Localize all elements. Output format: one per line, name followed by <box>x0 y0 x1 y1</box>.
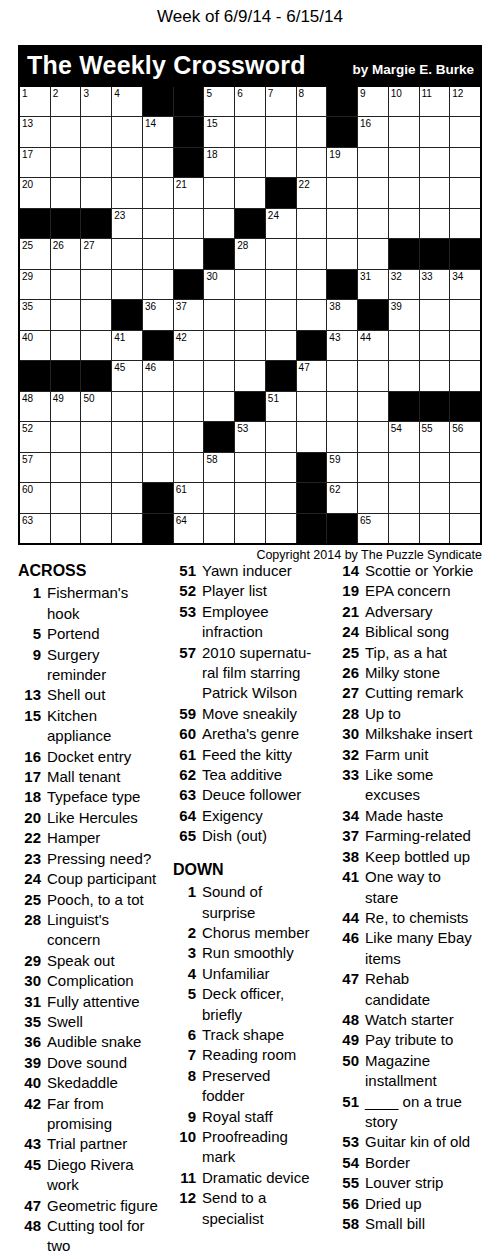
black-cell-r6c13 <box>389 239 419 268</box>
grid-cell-r11c7[interactable] <box>204 392 234 421</box>
cell-number: 16 <box>360 118 371 129</box>
grid-cell-r3c12[interactable] <box>358 148 388 177</box>
grid-cell-r11c5[interactable] <box>143 392 173 421</box>
grid-cell-r8c10[interactable] <box>297 300 327 329</box>
grid-cell-r13c8[interactable] <box>235 453 265 482</box>
grid-cell-r9c1[interactable]: 40 <box>20 331 50 360</box>
grid-cell-r13c9[interactable] <box>266 453 296 482</box>
clue-across-43: 43Trial partner <box>18 1134 170 1154</box>
grid-cell-r15c12[interactable]: 65 <box>358 514 388 543</box>
grid-cell-r7c14[interactable]: 33 <box>420 270 450 299</box>
black-cell-r11c13 <box>389 392 419 421</box>
grid-cell-r12c6[interactable] <box>174 422 204 451</box>
clue-down-11: 11Dramatic device <box>173 1168 333 1188</box>
cell-number: 29 <box>22 271 33 282</box>
cell-number: 52 <box>22 423 33 434</box>
clue-across-51: 51Yawn inducer <box>173 561 333 581</box>
clue-number: 11 <box>173 1168 196 1188</box>
grid-cell-r11c2[interactable]: 49 <box>51 392 81 421</box>
grid-cell-r5c14[interactable] <box>420 209 450 238</box>
grid-cell-r3c4[interactable] <box>112 148 142 177</box>
cell-number: 26 <box>53 240 64 251</box>
clue-number: 14 <box>336 561 359 581</box>
clue-number: 42 <box>18 1094 41 1114</box>
title-bar: The Weekly Crossword by Margie E. Burke <box>18 45 482 85</box>
clue-down-58: 58Small bill <box>336 1214 496 1234</box>
cell-number: 59 <box>329 454 340 465</box>
grid-cell-r12c15[interactable]: 56 <box>450 422 480 451</box>
grid-cell-r14c3[interactable] <box>81 483 111 512</box>
grid-cell-r12c11[interactable] <box>327 422 357 451</box>
clue-number: 65 <box>173 826 196 846</box>
cell-number: 25 <box>22 240 33 251</box>
grid-cell-r14c9[interactable] <box>266 483 296 512</box>
clue-number: 43 <box>18 1134 41 1154</box>
grid-cell-r7c10[interactable] <box>297 270 327 299</box>
clue-across-65: 65Dish (out) <box>173 826 333 846</box>
grid-cell-r9c14[interactable] <box>420 331 450 360</box>
grid-cell-r5c6[interactable] <box>174 209 204 238</box>
grid-cell-r4c10[interactable]: 22 <box>297 178 327 207</box>
grid-cell-r13c2[interactable] <box>51 453 81 482</box>
clue-text: Magazine installment <box>365 1051 437 1092</box>
cell-number: 45 <box>114 362 125 373</box>
clue-text: Diego Rivera work <box>47 1155 134 1196</box>
grid-cell-r2c15[interactable] <box>450 117 480 146</box>
grid-cell-r11c1[interactable]: 48 <box>20 392 50 421</box>
grid-cell-r3c7[interactable]: 18 <box>204 148 234 177</box>
clue-text: Louver strip <box>365 1173 443 1193</box>
grid-cell-r13c13[interactable] <box>389 453 419 482</box>
clue-text: Dried up <box>365 1194 422 1214</box>
grid-cell-r9c15[interactable] <box>450 331 480 360</box>
clue-text: Coup participant <box>47 869 156 889</box>
grid-cell-r3c1[interactable]: 17 <box>20 148 50 177</box>
grid-cell-r14c11[interactable]: 62 <box>327 483 357 512</box>
grid-cell-r8c14[interactable] <box>420 300 450 329</box>
cell-number: 21 <box>176 179 187 190</box>
clue-number: 40 <box>18 1073 41 1093</box>
clue-text: Deuce follower <box>202 785 301 805</box>
grid-cell-r3c3[interactable] <box>81 148 111 177</box>
grid-cell-r5c12[interactable] <box>358 209 388 238</box>
clue-number: 41 <box>336 867 359 887</box>
cell-number: 23 <box>114 210 125 221</box>
grid-cell-r10c14[interactable] <box>420 361 450 390</box>
clue-down-33: 33Like some excuses <box>336 765 496 806</box>
grid-cell-r14c2[interactable] <box>51 483 81 512</box>
grid-cell-r10c15[interactable] <box>450 361 480 390</box>
clue-text: Shell out <box>47 685 105 705</box>
grid-cell-r12c9[interactable] <box>266 422 296 451</box>
grid-cell-r8c7[interactable] <box>204 300 234 329</box>
clue-number: 4 <box>173 964 196 984</box>
cell-number: 17 <box>22 149 33 160</box>
grid-cell-r15c3[interactable] <box>81 514 111 543</box>
grid-cell-r3c2[interactable] <box>51 148 81 177</box>
cell-number: 9 <box>360 88 366 99</box>
grid-cell-r9c4[interactable]: 41 <box>112 331 142 360</box>
cell-number: 30 <box>206 271 217 282</box>
grid-cell-r4c7[interactable] <box>204 178 234 207</box>
black-cell-r10c2 <box>51 361 81 390</box>
grid-cell-r11c6[interactable] <box>174 392 204 421</box>
grid-cell-r6c6[interactable] <box>174 239 204 268</box>
grid-cell-r6c3[interactable]: 27 <box>81 239 111 268</box>
grid-cell-r12c14[interactable]: 55 <box>420 422 450 451</box>
clue-across-48: 48Cutting tool for two <box>18 1216 170 1257</box>
grid-cell-r8c11[interactable]: 38 <box>327 300 357 329</box>
grid-cell-r15c1[interactable]: 63 <box>20 514 50 543</box>
grid-cell-r13c11[interactable]: 59 <box>327 453 357 482</box>
grid-cell-r15c4[interactable] <box>112 514 142 543</box>
clue-text: Farming-related <box>365 826 471 846</box>
grid-cell-r13c4[interactable] <box>112 453 142 482</box>
clue-down-47: 47Rehab candidate <box>336 969 496 1010</box>
grid-cell-r8c3[interactable] <box>81 300 111 329</box>
clue-number: 54 <box>336 1153 359 1173</box>
grid-cell-r5c11[interactable] <box>327 209 357 238</box>
grid-cell-r3c11[interactable]: 19 <box>327 148 357 177</box>
grid-cell-r2c5[interactable]: 14 <box>143 117 173 146</box>
grid-cell-r15c13[interactable] <box>389 514 419 543</box>
grid-cell-r13c14[interactable] <box>420 453 450 482</box>
grid-cell-r12c1[interactable]: 52 <box>20 422 50 451</box>
grid-cell-r1c7[interactable]: 5 <box>204 87 234 116</box>
grid-cell-r4c8[interactable] <box>235 178 265 207</box>
grid-cell-r10c13[interactable] <box>389 361 419 390</box>
black-cell-r10c3 <box>81 361 111 390</box>
grid-cell-r10c6[interactable] <box>174 361 204 390</box>
grid-cell-r12c4[interactable] <box>112 422 142 451</box>
grid-cell-r2c2[interactable] <box>51 117 81 146</box>
clue-text: Far from promising <box>47 1094 112 1135</box>
grid-cell-r15c6[interactable]: 64 <box>174 514 204 543</box>
clue-down-30: 30Milkshake insert <box>336 724 496 744</box>
clue-text: Fully attentive <box>47 992 140 1012</box>
black-cell-r11c8 <box>235 392 265 421</box>
grid-cell-r3c13[interactable] <box>389 148 419 177</box>
clue-across-16: 16Docket entry <box>18 747 170 767</box>
clue-text: ____ on a true story <box>365 1092 462 1133</box>
grid-cell-r14c1[interactable]: 60 <box>20 483 50 512</box>
grid-cell-r4c3[interactable] <box>81 178 111 207</box>
clue-text: 2010 supernatu- ral film starring Patric… <box>202 643 311 704</box>
grid-cell-r6c8[interactable]: 28 <box>235 239 265 268</box>
grid-cell-r2c3[interactable] <box>81 117 111 146</box>
grid-cell-r10c4[interactable]: 45 <box>112 361 142 390</box>
grid-cell-r1c14[interactable]: 11 <box>420 87 450 116</box>
grid-cell-r2c7[interactable]: 15 <box>204 117 234 146</box>
cell-number: 7 <box>268 88 274 99</box>
clue-text: Like Hercules <box>47 808 138 828</box>
grid-cell-r14c6[interactable]: 61 <box>174 483 204 512</box>
grid-cell-r14c7[interactable] <box>204 483 234 512</box>
clue-down-27: 27Cutting remark <box>336 683 496 703</box>
grid-cell-r10c8[interactable] <box>235 361 265 390</box>
grid-cell-r7c12[interactable]: 31 <box>358 270 388 299</box>
grid-cell-r7c5[interactable] <box>143 270 173 299</box>
across-header: ACROSS <box>18 561 170 581</box>
grid-cell-r10c11[interactable] <box>327 361 357 390</box>
black-cell-r1c11 <box>327 87 357 116</box>
cell-number: 64 <box>176 515 187 526</box>
grid-cell-r1c8[interactable]: 6 <box>235 87 265 116</box>
grid-cell-r13c12[interactable] <box>358 453 388 482</box>
grid-cell-r3c9[interactable] <box>266 148 296 177</box>
grid-cell-r8c1[interactable]: 35 <box>20 300 50 329</box>
grid-cell-r8c13[interactable]: 39 <box>389 300 419 329</box>
clue-across-61: 61Feed the kitty <box>173 745 333 765</box>
clue-number: 48 <box>336 1010 359 1030</box>
clue-across-63: 63Deuce follower <box>173 785 333 805</box>
grid-cell-r12c12[interactable] <box>358 422 388 451</box>
grid-cell-r8c5[interactable]: 36 <box>143 300 173 329</box>
grid-cell-r13c7[interactable]: 58 <box>204 453 234 482</box>
grid-cell-r9c7[interactable] <box>204 331 234 360</box>
grid-cell-r9c11[interactable]: 43 <box>327 331 357 360</box>
grid-cell-r5c10[interactable] <box>297 209 327 238</box>
grid-cell-r14c8[interactable] <box>235 483 265 512</box>
clue-text: One way to stare <box>365 867 441 908</box>
clue-number: 5 <box>173 984 196 1004</box>
grid-cell-r15c9[interactable] <box>266 514 296 543</box>
grid-cell-r7c4[interactable] <box>112 270 142 299</box>
grid-cell-r11c10[interactable] <box>297 392 327 421</box>
grid-cell-r6c9[interactable] <box>266 239 296 268</box>
clue-text: Speak out <box>47 951 115 971</box>
grid-cell-r1c15[interactable]: 12 <box>450 87 480 116</box>
grid-cell-r9c12[interactable]: 44 <box>358 331 388 360</box>
cell-number: 12 <box>452 88 463 99</box>
grid-cell-r13c6[interactable] <box>174 453 204 482</box>
grid-cell-r11c4[interactable] <box>112 392 142 421</box>
grid-cell-r6c12[interactable] <box>358 239 388 268</box>
black-cell-r15c11 <box>327 514 357 543</box>
grid-cell-r7c9[interactable] <box>266 270 296 299</box>
grid-cell-r1c1[interactable]: 1 <box>20 87 50 116</box>
grid-cell-r10c10[interactable]: 47 <box>297 361 327 390</box>
grid-cell-r15c2[interactable] <box>51 514 81 543</box>
clue-number: 37 <box>336 826 359 846</box>
grid-cell-r2c10[interactable] <box>297 117 327 146</box>
cell-number: 42 <box>176 332 187 343</box>
grid-cell-r13c1[interactable]: 57 <box>20 453 50 482</box>
grid-cell-r11c9[interactable]: 51 <box>266 392 296 421</box>
grid-cell-r12c3[interactable] <box>81 422 111 451</box>
grid-cell-r12c8[interactable]: 53 <box>235 422 265 451</box>
grid-cell-r1c10[interactable]: 8 <box>297 87 327 116</box>
clue-number: 35 <box>18 1012 41 1032</box>
grid-cell-r13c5[interactable] <box>143 453 173 482</box>
grid-cell-r13c15[interactable] <box>450 453 480 482</box>
clue-text: Cutting tool for two <box>47 1216 145 1257</box>
grid-cell-r7c1[interactable]: 29 <box>20 270 50 299</box>
grid-cell-r11c3[interactable]: 50 <box>81 392 111 421</box>
grid-cell-r8c6[interactable]: 37 <box>174 300 204 329</box>
grid-cell-r7c13[interactable]: 32 <box>389 270 419 299</box>
black-cell-r3c6 <box>174 148 204 177</box>
black-cell-r7c6 <box>174 270 204 299</box>
grid-cell-r7c2[interactable] <box>51 270 81 299</box>
clue-text: Pay tribute to <box>365 1030 453 1050</box>
clue-across-52: 52Player list <box>173 581 333 601</box>
grid-cell-r12c2[interactable] <box>51 422 81 451</box>
grid-cell-r1c4[interactable]: 4 <box>112 87 142 116</box>
grid-cell-r6c10[interactable] <box>297 239 327 268</box>
cell-number: 15 <box>206 118 217 129</box>
grid-cell-r5c15[interactable] <box>450 209 480 238</box>
grid-cell-r11c11[interactable] <box>327 392 357 421</box>
grid-cell-r15c14[interactable] <box>420 514 450 543</box>
grid-cell-r5c4[interactable]: 23 <box>112 209 142 238</box>
grid-cell-r4c11[interactable] <box>327 178 357 207</box>
grid-cell-r1c2[interactable]: 2 <box>51 87 81 116</box>
grid-cell-r5c9[interactable]: 24 <box>266 209 296 238</box>
byline: by Margie E. Burke <box>352 62 474 77</box>
clue-across-47: 47Geometric figure <box>18 1196 170 1216</box>
grid-cell-r3c15[interactable] <box>450 148 480 177</box>
grid-cell-r14c13[interactable] <box>389 483 419 512</box>
grid-cell-r8c8[interactable] <box>235 300 265 329</box>
clue-text: Scottie or Yorkie <box>365 561 473 581</box>
clue-text: Biblical song <box>365 622 449 642</box>
clue-across-60: 60Aretha's genre <box>173 724 333 744</box>
grid-cell-r12c5[interactable] <box>143 422 173 451</box>
grid-cell-r13c3[interactable] <box>81 453 111 482</box>
grid-cell-r9c3[interactable] <box>81 331 111 360</box>
clue-text: Move sneakily <box>202 704 297 724</box>
grid-cell-r14c4[interactable] <box>112 483 142 512</box>
clue-down-19: 19EPA concern <box>336 581 496 601</box>
black-cell-r8c4 <box>112 300 142 329</box>
grid-cell-r9c6[interactable]: 42 <box>174 331 204 360</box>
clue-number: 15 <box>18 706 41 726</box>
cell-number: 32 <box>391 271 402 282</box>
black-cell-r14c10 <box>297 483 327 512</box>
clue-across-57: 572010 supernatu- ral film starring Patr… <box>173 643 333 704</box>
cell-number: 33 <box>422 271 433 282</box>
grid-cell-r14c12[interactable] <box>358 483 388 512</box>
grid-cell-r12c10[interactable] <box>297 422 327 451</box>
grid-cell-r10c7[interactable] <box>204 361 234 390</box>
grid-cell-r5c13[interactable] <box>389 209 419 238</box>
grid-cell-r1c9[interactable]: 7 <box>266 87 296 116</box>
grid-cell-r4c5[interactable] <box>143 178 173 207</box>
grid-cell-r4c15[interactable] <box>450 178 480 207</box>
grid-cell-r4c1[interactable]: 20 <box>20 178 50 207</box>
grid-cell-r4c12[interactable] <box>358 178 388 207</box>
clue-down-8: 8Preserved fodder <box>173 1066 333 1107</box>
grid-cell-r14c14[interactable] <box>420 483 450 512</box>
grid-cell-r2c12[interactable]: 16 <box>358 117 388 146</box>
clue-text: Border <box>365 1153 410 1173</box>
grid-cell-r8c15[interactable] <box>450 300 480 329</box>
black-cell-r4c9 <box>266 178 296 207</box>
clue-text: Adversary <box>365 602 433 622</box>
grid-cell-r6c4[interactable] <box>112 239 142 268</box>
clue-number: 18 <box>18 787 41 807</box>
grid-cell-r4c14[interactable] <box>420 178 450 207</box>
grid-cell-r14c15[interactable] <box>450 483 480 512</box>
grid-cell-r7c7[interactable]: 30 <box>204 270 234 299</box>
grid-cell-r10c12[interactable] <box>358 361 388 390</box>
crossword-page: { "header": { "week_label": "Week of 6/9… <box>0 0 500 1259</box>
cell-number: 49 <box>53 393 64 404</box>
clue-across-15: 15Kitchen appliance <box>18 706 170 747</box>
grid-cell-r7c8[interactable] <box>235 270 265 299</box>
grid-cell-r3c5[interactable] <box>143 148 173 177</box>
grid-cell-r9c8[interactable] <box>235 331 265 360</box>
grid-cell-r9c2[interactable] <box>51 331 81 360</box>
clue-across-17: 17Mall tenant <box>18 767 170 787</box>
clue-text: Deck officer, briefly <box>202 984 284 1025</box>
grid-cell-r9c9[interactable] <box>266 331 296 360</box>
grid-cell-r4c2[interactable] <box>51 178 81 207</box>
grid-cell-r15c7[interactable] <box>204 514 234 543</box>
grid-cell-r10c5[interactable]: 46 <box>143 361 173 390</box>
grid-cell-r4c4[interactable] <box>112 178 142 207</box>
grid-cell-r1c3[interactable]: 3 <box>81 87 111 116</box>
grid-cell-r3c8[interactable] <box>235 148 265 177</box>
clue-down-12: 12Send to a specialist <box>173 1188 333 1229</box>
clue-number: 31 <box>18 992 41 1012</box>
clue-across-5: 5Portend <box>18 624 170 644</box>
grid-cell-r2c4[interactable] <box>112 117 142 146</box>
black-cell-r14c5 <box>143 483 173 512</box>
grid-cell-r15c15[interactable] <box>450 514 480 543</box>
clue-text: Send to a specialist <box>202 1188 266 1229</box>
cell-number: 2 <box>53 88 59 99</box>
grid-cell-r15c8[interactable] <box>235 514 265 543</box>
clue-number: 45 <box>18 1155 41 1175</box>
grid-cell-r4c13[interactable] <box>389 178 419 207</box>
clue-down-6: 6Track shape <box>173 1025 333 1045</box>
grid-cell-r1c12[interactable]: 9 <box>358 87 388 116</box>
grid-cell-r8c9[interactable] <box>266 300 296 329</box>
clue-across-28: 28Linguist's concern <box>18 910 170 951</box>
grid-cell-r2c1[interactable]: 13 <box>20 117 50 146</box>
grid-cell-r5c5[interactable] <box>143 209 173 238</box>
grid-cell-r9c13[interactable] <box>389 331 419 360</box>
clue-text: Complication <box>47 971 134 991</box>
grid-cell-r5c7[interactable] <box>204 209 234 238</box>
grid-cell-r1c13[interactable]: 10 <box>389 87 419 116</box>
grid-cell-r3c10[interactable] <box>297 148 327 177</box>
grid-cell-r6c11[interactable] <box>327 239 357 268</box>
cell-number: 54 <box>391 423 402 434</box>
grid-cell-r2c14[interactable] <box>420 117 450 146</box>
black-cell-r9c10 <box>297 331 327 360</box>
grid-cell-r4c6[interactable]: 21 <box>174 178 204 207</box>
grid-cell-r8c2[interactable] <box>51 300 81 329</box>
grid-cell-r6c5[interactable] <box>143 239 173 268</box>
clue-down-50: 50Magazine installment <box>336 1051 496 1092</box>
clue-number: 24 <box>18 869 41 889</box>
grid-cell-r11c12[interactable] <box>358 392 388 421</box>
grid-cell-r3c14[interactable] <box>420 148 450 177</box>
grid-cell-r6c1[interactable]: 25 <box>20 239 50 268</box>
grid-cell-r12c13[interactable]: 54 <box>389 422 419 451</box>
black-cell-r2c6 <box>174 117 204 146</box>
grid-cell-r2c13[interactable] <box>389 117 419 146</box>
cell-number: 18 <box>206 149 217 160</box>
grid-cell-r7c15[interactable]: 34 <box>450 270 480 299</box>
grid-cell-r7c3[interactable] <box>81 270 111 299</box>
grid-cell-r2c8[interactable] <box>235 117 265 146</box>
grid-cell-r2c9[interactable] <box>266 117 296 146</box>
grid-cell-r6c2[interactable]: 26 <box>51 239 81 268</box>
